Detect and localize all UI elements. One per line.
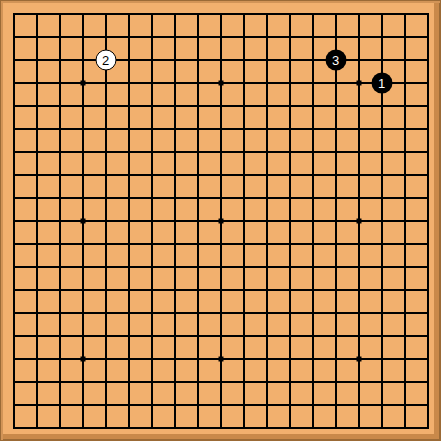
- intersection[interactable]: [117, 301, 140, 324]
- intersection[interactable]: [370, 186, 393, 209]
- intersection[interactable]: [48, 71, 71, 94]
- intersection[interactable]: [232, 393, 255, 416]
- intersection[interactable]: [163, 416, 186, 439]
- intersection[interactable]: [2, 255, 25, 278]
- intersection[interactable]: [186, 209, 209, 232]
- intersection[interactable]: [393, 416, 416, 439]
- intersection[interactable]: [347, 416, 370, 439]
- intersection[interactable]: [71, 209, 94, 232]
- intersection[interactable]: [48, 2, 71, 25]
- intersection[interactable]: [416, 416, 439, 439]
- intersection[interactable]: [186, 370, 209, 393]
- intersection[interactable]: [117, 94, 140, 117]
- intersection[interactable]: [416, 255, 439, 278]
- intersection[interactable]: [416, 117, 439, 140]
- intersection[interactable]: [25, 163, 48, 186]
- intersection[interactable]: [2, 209, 25, 232]
- intersection[interactable]: [186, 347, 209, 370]
- intersection[interactable]: [71, 301, 94, 324]
- intersection[interactable]: [301, 278, 324, 301]
- intersection[interactable]: [393, 94, 416, 117]
- intersection[interactable]: [186, 232, 209, 255]
- intersection[interactable]: [347, 324, 370, 347]
- intersection[interactable]: 2: [94, 48, 117, 71]
- intersection[interactable]: [416, 71, 439, 94]
- intersection[interactable]: [301, 71, 324, 94]
- intersection[interactable]: [370, 209, 393, 232]
- intersection[interactable]: [117, 370, 140, 393]
- intersection[interactable]: [255, 117, 278, 140]
- intersection[interactable]: [393, 71, 416, 94]
- intersection[interactable]: [117, 48, 140, 71]
- intersection[interactable]: [324, 209, 347, 232]
- intersection[interactable]: [163, 255, 186, 278]
- intersection[interactable]: [25, 117, 48, 140]
- intersection[interactable]: [324, 140, 347, 163]
- intersection[interactable]: [209, 255, 232, 278]
- intersection[interactable]: [370, 94, 393, 117]
- intersection[interactable]: [347, 140, 370, 163]
- intersection[interactable]: [416, 94, 439, 117]
- intersection[interactable]: [2, 2, 25, 25]
- intersection[interactable]: [416, 140, 439, 163]
- intersection[interactable]: [48, 232, 71, 255]
- intersection[interactable]: [209, 163, 232, 186]
- intersection[interactable]: [324, 71, 347, 94]
- intersection[interactable]: [393, 278, 416, 301]
- intersection[interactable]: [324, 301, 347, 324]
- intersection[interactable]: [324, 186, 347, 209]
- intersection[interactable]: [140, 370, 163, 393]
- intersection[interactable]: [347, 2, 370, 25]
- intersection[interactable]: [140, 255, 163, 278]
- intersection[interactable]: [163, 324, 186, 347]
- intersection[interactable]: [324, 25, 347, 48]
- intersection[interactable]: [2, 278, 25, 301]
- intersection[interactable]: [163, 347, 186, 370]
- intersection[interactable]: [416, 232, 439, 255]
- intersection[interactable]: [25, 186, 48, 209]
- intersection[interactable]: [140, 347, 163, 370]
- intersection[interactable]: [370, 370, 393, 393]
- intersection[interactable]: [2, 301, 25, 324]
- intersection[interactable]: [48, 117, 71, 140]
- intersection[interactable]: [370, 2, 393, 25]
- intersection[interactable]: [393, 163, 416, 186]
- intersection[interactable]: [278, 71, 301, 94]
- intersection[interactable]: [347, 94, 370, 117]
- intersection[interactable]: [117, 163, 140, 186]
- intersection[interactable]: [232, 278, 255, 301]
- intersection[interactable]: [347, 370, 370, 393]
- intersection[interactable]: [186, 2, 209, 25]
- intersection[interactable]: [71, 140, 94, 163]
- intersection[interactable]: [48, 324, 71, 347]
- intersection[interactable]: [393, 324, 416, 347]
- intersection[interactable]: [255, 416, 278, 439]
- intersection[interactable]: [347, 71, 370, 94]
- intersection[interactable]: [140, 25, 163, 48]
- intersection[interactable]: [255, 94, 278, 117]
- intersection[interactable]: [209, 278, 232, 301]
- intersection[interactable]: [25, 71, 48, 94]
- intersection[interactable]: [347, 301, 370, 324]
- intersection[interactable]: [71, 117, 94, 140]
- intersection[interactable]: [186, 416, 209, 439]
- intersection[interactable]: [117, 186, 140, 209]
- intersection[interactable]: [347, 278, 370, 301]
- intersection[interactable]: [48, 370, 71, 393]
- intersection[interactable]: [255, 71, 278, 94]
- intersection[interactable]: [278, 186, 301, 209]
- intersection[interactable]: [186, 25, 209, 48]
- intersection[interactable]: [255, 209, 278, 232]
- intersection[interactable]: [324, 347, 347, 370]
- intersection[interactable]: [71, 393, 94, 416]
- intersection[interactable]: [94, 140, 117, 163]
- intersection[interactable]: [370, 232, 393, 255]
- intersection[interactable]: [301, 232, 324, 255]
- intersection[interactable]: [347, 209, 370, 232]
- intersection[interactable]: [94, 347, 117, 370]
- intersection[interactable]: [140, 232, 163, 255]
- intersection[interactable]: [278, 25, 301, 48]
- intersection[interactable]: [370, 140, 393, 163]
- intersection[interactable]: [255, 2, 278, 25]
- intersection[interactable]: [25, 301, 48, 324]
- intersection[interactable]: [416, 347, 439, 370]
- intersection[interactable]: [186, 186, 209, 209]
- intersection[interactable]: [278, 370, 301, 393]
- intersection[interactable]: [370, 255, 393, 278]
- intersection[interactable]: [416, 370, 439, 393]
- intersection[interactable]: [2, 163, 25, 186]
- intersection[interactable]: [301, 94, 324, 117]
- intersection[interactable]: [347, 48, 370, 71]
- intersection[interactable]: [163, 370, 186, 393]
- intersection[interactable]: [163, 209, 186, 232]
- intersection[interactable]: [163, 301, 186, 324]
- intersection[interactable]: [324, 255, 347, 278]
- intersection[interactable]: [416, 278, 439, 301]
- intersection[interactable]: [2, 393, 25, 416]
- intersection[interactable]: [2, 370, 25, 393]
- intersection[interactable]: [163, 232, 186, 255]
- intersection[interactable]: [186, 140, 209, 163]
- intersection[interactable]: [140, 140, 163, 163]
- intersection[interactable]: [2, 416, 25, 439]
- intersection[interactable]: [25, 25, 48, 48]
- intersection[interactable]: [163, 2, 186, 25]
- intersection[interactable]: [393, 393, 416, 416]
- intersection[interactable]: [209, 301, 232, 324]
- intersection[interactable]: [25, 140, 48, 163]
- intersection[interactable]: [416, 163, 439, 186]
- intersection[interactable]: [209, 393, 232, 416]
- intersection[interactable]: [94, 25, 117, 48]
- intersection[interactable]: [255, 393, 278, 416]
- intersection[interactable]: [2, 186, 25, 209]
- intersection[interactable]: [255, 48, 278, 71]
- intersection[interactable]: [48, 163, 71, 186]
- intersection[interactable]: [71, 347, 94, 370]
- intersection[interactable]: [71, 48, 94, 71]
- intersection[interactable]: [347, 163, 370, 186]
- intersection[interactable]: [232, 186, 255, 209]
- intersection[interactable]: [416, 2, 439, 25]
- intersection[interactable]: [393, 117, 416, 140]
- intersection[interactable]: [2, 94, 25, 117]
- intersection[interactable]: [370, 48, 393, 71]
- intersection[interactable]: [163, 140, 186, 163]
- intersection[interactable]: [393, 232, 416, 255]
- stone-black-3[interactable]: 3: [325, 49, 346, 70]
- intersection[interactable]: [347, 117, 370, 140]
- intersection[interactable]: [278, 140, 301, 163]
- intersection[interactable]: [163, 186, 186, 209]
- intersection[interactable]: [324, 393, 347, 416]
- intersection[interactable]: [209, 25, 232, 48]
- intersection[interactable]: [301, 25, 324, 48]
- intersection[interactable]: [393, 2, 416, 25]
- intersection[interactable]: [48, 278, 71, 301]
- intersection[interactable]: [301, 347, 324, 370]
- intersection[interactable]: [2, 232, 25, 255]
- stone-black-1[interactable]: 1: [371, 72, 392, 93]
- intersection[interactable]: 3: [324, 48, 347, 71]
- intersection[interactable]: [370, 301, 393, 324]
- intersection[interactable]: [209, 2, 232, 25]
- intersection[interactable]: [94, 209, 117, 232]
- intersection[interactable]: [163, 48, 186, 71]
- intersection[interactable]: [416, 48, 439, 71]
- intersection[interactable]: [117, 232, 140, 255]
- stone-white-2[interactable]: 2: [95, 49, 116, 70]
- intersection[interactable]: [278, 347, 301, 370]
- intersection[interactable]: [232, 71, 255, 94]
- intersection[interactable]: [117, 324, 140, 347]
- intersection[interactable]: [255, 278, 278, 301]
- intersection[interactable]: [255, 347, 278, 370]
- intersection[interactable]: [71, 163, 94, 186]
- intersection[interactable]: [255, 163, 278, 186]
- intersection[interactable]: [209, 186, 232, 209]
- intersection[interactable]: [255, 186, 278, 209]
- intersection[interactable]: [140, 278, 163, 301]
- intersection[interactable]: [278, 416, 301, 439]
- intersection[interactable]: [163, 25, 186, 48]
- intersection[interactable]: [94, 163, 117, 186]
- intersection[interactable]: [209, 94, 232, 117]
- intersection[interactable]: [48, 347, 71, 370]
- intersection[interactable]: [209, 71, 232, 94]
- intersection[interactable]: [347, 347, 370, 370]
- intersection[interactable]: [48, 416, 71, 439]
- intersection[interactable]: [163, 278, 186, 301]
- intersection[interactable]: [140, 324, 163, 347]
- intersection[interactable]: [278, 209, 301, 232]
- intersection[interactable]: [117, 393, 140, 416]
- intersection[interactable]: [48, 140, 71, 163]
- intersection[interactable]: [324, 232, 347, 255]
- intersection[interactable]: [186, 94, 209, 117]
- intersection[interactable]: [71, 71, 94, 94]
- intersection[interactable]: [163, 94, 186, 117]
- intersection[interactable]: [94, 94, 117, 117]
- intersection[interactable]: [117, 347, 140, 370]
- intersection[interactable]: [48, 209, 71, 232]
- intersection[interactable]: [416, 301, 439, 324]
- intersection[interactable]: [163, 117, 186, 140]
- intersection[interactable]: [209, 140, 232, 163]
- intersection[interactable]: [347, 255, 370, 278]
- intersection[interactable]: [71, 2, 94, 25]
- intersection[interactable]: [324, 2, 347, 25]
- intersection[interactable]: [209, 370, 232, 393]
- intersection[interactable]: [393, 347, 416, 370]
- intersection[interactable]: [301, 209, 324, 232]
- intersection[interactable]: [2, 347, 25, 370]
- intersection[interactable]: [370, 393, 393, 416]
- intersection[interactable]: [347, 232, 370, 255]
- intersection[interactable]: [232, 232, 255, 255]
- intersection[interactable]: [117, 255, 140, 278]
- intersection[interactable]: [140, 416, 163, 439]
- intersection[interactable]: [140, 209, 163, 232]
- intersection[interactable]: [25, 278, 48, 301]
- intersection[interactable]: [163, 163, 186, 186]
- intersection[interactable]: [2, 48, 25, 71]
- intersection[interactable]: [140, 48, 163, 71]
- intersection[interactable]: [301, 393, 324, 416]
- intersection[interactable]: [232, 117, 255, 140]
- intersection[interactable]: [186, 48, 209, 71]
- intersection[interactable]: [117, 117, 140, 140]
- intersection[interactable]: [209, 416, 232, 439]
- intersection[interactable]: [255, 255, 278, 278]
- intersection[interactable]: [94, 416, 117, 439]
- intersection[interactable]: [347, 393, 370, 416]
- intersection[interactable]: [209, 117, 232, 140]
- intersection[interactable]: [94, 255, 117, 278]
- intersection[interactable]: [117, 140, 140, 163]
- intersection[interactable]: [25, 209, 48, 232]
- intersection[interactable]: [94, 324, 117, 347]
- intersection[interactable]: [2, 140, 25, 163]
- intersection[interactable]: [71, 94, 94, 117]
- intersection[interactable]: [25, 255, 48, 278]
- intersection[interactable]: [71, 186, 94, 209]
- intersection[interactable]: [278, 393, 301, 416]
- intersection[interactable]: [301, 48, 324, 71]
- intersection[interactable]: [301, 140, 324, 163]
- intersection[interactable]: [209, 48, 232, 71]
- intersection[interactable]: [255, 370, 278, 393]
- intersection[interactable]: [140, 71, 163, 94]
- intersection[interactable]: [416, 393, 439, 416]
- intersection[interactable]: [301, 324, 324, 347]
- intersection[interactable]: [140, 186, 163, 209]
- intersection[interactable]: [140, 2, 163, 25]
- intersection[interactable]: [255, 25, 278, 48]
- intersection[interactable]: [2, 71, 25, 94]
- intersection[interactable]: [301, 255, 324, 278]
- intersection[interactable]: [94, 2, 117, 25]
- intersection[interactable]: [25, 347, 48, 370]
- intersection[interactable]: [347, 25, 370, 48]
- intersection[interactable]: [48, 186, 71, 209]
- intersection[interactable]: [186, 71, 209, 94]
- intersection[interactable]: [25, 48, 48, 71]
- intersection[interactable]: [94, 117, 117, 140]
- intersection[interactable]: [48, 94, 71, 117]
- intersection[interactable]: [25, 2, 48, 25]
- intersection[interactable]: [94, 186, 117, 209]
- intersection[interactable]: [209, 209, 232, 232]
- intersection[interactable]: [48, 255, 71, 278]
- intersection[interactable]: [48, 393, 71, 416]
- intersection[interactable]: [48, 301, 71, 324]
- intersection[interactable]: [324, 94, 347, 117]
- intersection[interactable]: [25, 232, 48, 255]
- intersection[interactable]: [71, 25, 94, 48]
- intersection[interactable]: [140, 301, 163, 324]
- intersection[interactable]: [25, 393, 48, 416]
- intersection[interactable]: [2, 25, 25, 48]
- intersection[interactable]: [117, 25, 140, 48]
- intersection[interactable]: [324, 370, 347, 393]
- intersection[interactable]: [186, 324, 209, 347]
- intersection[interactable]: [232, 94, 255, 117]
- intersection[interactable]: [301, 301, 324, 324]
- intersection[interactable]: [232, 255, 255, 278]
- intersection[interactable]: [117, 416, 140, 439]
- intersection[interactable]: [163, 71, 186, 94]
- intersection[interactable]: [94, 71, 117, 94]
- intersection[interactable]: [278, 48, 301, 71]
- intersection[interactable]: [301, 416, 324, 439]
- intersection[interactable]: [94, 232, 117, 255]
- intersection[interactable]: [117, 2, 140, 25]
- intersection[interactable]: 1: [370, 71, 393, 94]
- intersection[interactable]: [48, 48, 71, 71]
- intersection[interactable]: [324, 117, 347, 140]
- intersection[interactable]: [140, 94, 163, 117]
- intersection[interactable]: [278, 278, 301, 301]
- intersection[interactable]: [370, 347, 393, 370]
- intersection[interactable]: [278, 301, 301, 324]
- intersection[interactable]: [25, 370, 48, 393]
- intersection[interactable]: [140, 163, 163, 186]
- intersection[interactable]: [301, 2, 324, 25]
- intersection[interactable]: [2, 324, 25, 347]
- intersection[interactable]: [71, 370, 94, 393]
- intersection[interactable]: [255, 324, 278, 347]
- intersection[interactable]: [71, 232, 94, 255]
- intersection[interactable]: [278, 324, 301, 347]
- intersection[interactable]: [278, 163, 301, 186]
- intersection[interactable]: [94, 393, 117, 416]
- intersection[interactable]: [186, 117, 209, 140]
- intersection[interactable]: [393, 209, 416, 232]
- intersection[interactable]: [94, 370, 117, 393]
- intersection[interactable]: [278, 94, 301, 117]
- intersection[interactable]: [163, 393, 186, 416]
- intersection[interactable]: [94, 301, 117, 324]
- intersection[interactable]: [140, 393, 163, 416]
- intersection[interactable]: [370, 416, 393, 439]
- intersection[interactable]: [278, 117, 301, 140]
